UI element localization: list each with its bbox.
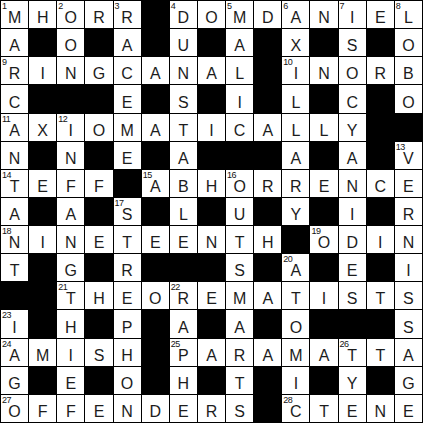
cell-letter: I (226, 94, 253, 111)
cell-letter: O (282, 319, 309, 336)
grid-cell[interactable]: 11A (1, 114, 28, 141)
grid-cell[interactable]: S (395, 310, 422, 337)
cell-letter: R (114, 262, 141, 279)
cell-letter: A (226, 319, 253, 336)
grid-cell[interactable]: N (170, 57, 197, 84)
black-cell (85, 367, 112, 394)
grid-cell[interactable]: T (170, 114, 197, 141)
cell-letter: E (29, 178, 56, 195)
cell-letter: N (1, 234, 28, 251)
grid-cell[interactable]: S (170, 85, 197, 112)
cell-letter: G (85, 65, 112, 82)
grid-cell[interactable]: X (282, 29, 309, 56)
cell-letter: M (282, 347, 309, 364)
cell-letter: I (282, 375, 309, 392)
cell-letter: O (226, 178, 253, 195)
grid-cell[interactable]: I (367, 226, 394, 253)
cell-letter: E (114, 290, 141, 307)
cell-letter: R (1, 65, 28, 82)
grid-cell[interactable]: 27O (1, 395, 28, 422)
cell-letter: F (57, 178, 84, 195)
grid-cell[interactable]: O (198, 1, 225, 28)
grid-cell[interactable]: C (1, 85, 28, 112)
grid-cell[interactable]: P (114, 310, 141, 337)
grid-cell[interactable]: N (57, 142, 84, 169)
grid-cell[interactable]: I (29, 57, 56, 84)
grid-cell[interactable]: Y (282, 198, 309, 225)
grid-cell[interactable]: A (226, 29, 253, 56)
grid-cell[interactable]: M (226, 282, 253, 309)
grid-cell[interactable]: E (29, 170, 56, 197)
grid-cell[interactable]: 1M (1, 1, 28, 28)
cell-letter: P (170, 347, 197, 364)
grid-cell[interactable]: 25P (170, 339, 197, 366)
black-cell (254, 29, 281, 56)
cell-letter: N (310, 65, 337, 82)
cell-letter: L (310, 122, 337, 139)
cell-letter: I (198, 122, 225, 139)
cell-letter: A (198, 347, 225, 364)
grid-cell[interactable]: A (339, 142, 366, 169)
black-cell (226, 142, 253, 169)
grid-cell[interactable]: S (226, 395, 253, 422)
cell-letter: D (339, 234, 366, 251)
cell-letter: C (114, 65, 141, 82)
grid-cell[interactable]: 20A (282, 254, 309, 281)
grid-cell[interactable]: A (254, 339, 281, 366)
cell-letter: N (114, 403, 141, 420)
cell-letter: I (57, 122, 84, 139)
grid-cell[interactable]: A (310, 339, 337, 366)
grid-cell[interactable]: 12I (57, 114, 84, 141)
grid-cell[interactable]: E (142, 226, 169, 253)
grid-cell[interactable]: R (114, 254, 141, 281)
grid-cell[interactable]: 17S (114, 198, 141, 225)
grid-cell[interactable]: A (1, 198, 28, 225)
black-cell (142, 1, 169, 28)
grid-cell[interactable]: 22R (170, 282, 197, 309)
cell-letter: M (1, 9, 28, 26)
cell-letter: O (57, 9, 84, 26)
cell-letter: S (339, 290, 366, 307)
cell-letter: I (395, 262, 422, 279)
cell-letter: S (114, 206, 141, 223)
grid-cell[interactable]: 15A (142, 170, 169, 197)
grid-cell[interactable]: R (395, 198, 422, 225)
grid-cell[interactable]: 26T (339, 339, 366, 366)
grid-cell[interactable]: O (395, 29, 422, 56)
grid-cell[interactable]: I (226, 85, 253, 112)
grid-cell[interactable]: R (226, 339, 253, 366)
grid-cell[interactable]: H (170, 367, 197, 394)
grid-cell[interactable]: E (114, 142, 141, 169)
grid-cell[interactable]: S (85, 339, 112, 366)
grid-cell[interactable]: 19O (310, 226, 337, 253)
grid-cell[interactable]: A (1, 29, 28, 56)
grid-cell[interactable]: S (395, 282, 422, 309)
grid-cell[interactable]: A (282, 142, 309, 169)
grid-cell[interactable]: H (85, 282, 112, 309)
grid-cell[interactable]: E (85, 395, 112, 422)
cell-letter: H (114, 347, 141, 364)
cell-letter: T (367, 347, 394, 364)
grid-cell[interactable]: E (170, 226, 197, 253)
grid-cell[interactable]: C (339, 85, 366, 112)
cell-letter: A (114, 37, 141, 54)
cell-letter: G (395, 375, 422, 392)
black-cell (367, 142, 394, 169)
grid-cell[interactable]: N (339, 170, 366, 197)
grid-cell[interactable]: E (114, 85, 141, 112)
cell-letter: P (114, 319, 141, 336)
cell-letter: T (57, 290, 84, 307)
grid-cell[interactable]: D (142, 395, 169, 422)
cell-letter: Y (339, 375, 366, 392)
grid-cell[interactable]: N (57, 57, 84, 84)
grid-cell[interactable]: I (57, 339, 84, 366)
grid-cell[interactable]: O (282, 310, 309, 337)
grid-cell[interactable]: T (282, 282, 309, 309)
grid-cell[interactable]: H (29, 1, 56, 28)
black-cell (29, 310, 56, 337)
cell-letter: N (1, 150, 28, 167)
cell-letter: N (57, 65, 84, 82)
grid-cell[interactable]: O (85, 114, 112, 141)
grid-cell[interactable]: E (339, 395, 366, 422)
black-cell (254, 57, 281, 84)
black-cell (310, 367, 337, 394)
grid-cell[interactable]: L (310, 114, 337, 141)
cell-letter: N (395, 234, 422, 251)
grid-cell[interactable]: T (367, 339, 394, 366)
black-cell (85, 198, 112, 225)
grid-cell[interactable]: F (57, 170, 84, 197)
cell-letter: D (254, 9, 281, 26)
cell-letter: L (282, 122, 309, 139)
grid-cell[interactable]: 28C (282, 395, 309, 422)
cell-letter: E (339, 403, 366, 420)
grid-cell[interactable]: D (339, 226, 366, 253)
black-cell (254, 254, 281, 281)
cell-letter: Y (339, 122, 366, 139)
grid-cell[interactable]: N (367, 395, 394, 422)
grid-cell[interactable]: E (367, 1, 394, 28)
grid-cell[interactable]: A (395, 339, 422, 366)
grid-cell[interactable]: N (1, 142, 28, 169)
grid-cell[interactable]: U (170, 29, 197, 56)
black-cell (310, 142, 337, 169)
cell-letter: A (1, 347, 28, 364)
cell-letter: E (170, 234, 197, 251)
black-cell (114, 170, 141, 197)
grid-cell[interactable]: A (170, 310, 197, 337)
grid-cell[interactable]: A (170, 142, 197, 169)
cell-letter: I (367, 234, 394, 251)
cell-letter: B (395, 65, 422, 82)
grid-cell[interactable]: N (395, 226, 422, 253)
grid-cell[interactable]: A (198, 57, 225, 84)
grid-cell[interactable]: G (85, 57, 112, 84)
cell-letter: O (85, 122, 112, 139)
grid-cell[interactable]: 10I (282, 57, 309, 84)
cell-letter: V (395, 150, 422, 167)
black-cell (29, 198, 56, 225)
grid-cell[interactable]: R (254, 170, 281, 197)
grid-cell[interactable]: E (85, 226, 112, 253)
grid-cell[interactable]: Y (339, 367, 366, 394)
grid-cell[interactable]: E (57, 367, 84, 394)
cell-letter: F (85, 178, 112, 195)
grid-cell[interactable]: 13V (395, 142, 422, 169)
black-cell (57, 85, 84, 112)
black-cell (367, 254, 394, 281)
cell-letter: L (282, 94, 309, 111)
cell-letter: S (226, 403, 253, 420)
grid-cell[interactable]: R (198, 395, 225, 422)
grid-cell[interactable]: T (310, 395, 337, 422)
cell-letter: R (282, 178, 309, 195)
cell-letter: O (395, 94, 422, 111)
grid-cell[interactable]: T (1, 254, 28, 281)
cell-letter: O (1, 403, 28, 420)
grid-cell[interactable]: I (395, 254, 422, 281)
cell-letter: R (85, 9, 112, 26)
grid-cell[interactable]: 9R (1, 57, 28, 84)
cell-letter: S (85, 347, 112, 364)
grid-cell[interactable]: M (114, 114, 141, 141)
grid-cell[interactable]: L (170, 198, 197, 225)
cell-letter: O (310, 234, 337, 251)
grid-cell[interactable]: E (198, 282, 225, 309)
cell-letter: S (226, 262, 253, 279)
grid-cell[interactable]: 4D (170, 1, 197, 28)
black-cell (85, 310, 112, 337)
black-cell (254, 367, 281, 394)
grid-cell[interactable]: T (114, 226, 141, 253)
cell-letter: S (395, 319, 422, 336)
cell-letter: T (339, 347, 366, 364)
grid-cell[interactable]: 7I (339, 1, 366, 28)
grid-cell[interactable]: E (170, 395, 197, 422)
grid-cell[interactable]: 2O (57, 1, 84, 28)
grid-cell[interactable]: R (85, 1, 112, 28)
grid-cell[interactable]: 14T (1, 170, 28, 197)
black-cell (367, 310, 394, 337)
grid-cell[interactable]: 23I (1, 310, 28, 337)
grid-cell[interactable]: I (198, 114, 225, 141)
black-cell (254, 310, 281, 337)
grid-cell[interactable]: H (114, 339, 141, 366)
grid-cell[interactable]: 8L (395, 1, 422, 28)
black-cell (367, 85, 394, 112)
grid-cell[interactable]: O (339, 57, 366, 84)
grid-cell[interactable]: A (226, 310, 253, 337)
cell-letter: T (367, 290, 394, 307)
black-cell (85, 142, 112, 169)
grid-cell[interactable]: H (57, 310, 84, 337)
grid-cell[interactable]: N (198, 226, 225, 253)
grid-cell[interactable]: E (114, 282, 141, 309)
cell-letter: X (282, 37, 309, 54)
black-cell (198, 85, 225, 112)
grid-cell[interactable]: A (142, 114, 169, 141)
cell-letter: E (114, 94, 141, 111)
cell-letter: A (57, 206, 84, 223)
grid-cell[interactable]: L (282, 114, 309, 141)
black-cell (85, 29, 112, 56)
grid-cell[interactable]: H (198, 170, 225, 197)
grid-cell[interactable]: F (85, 170, 112, 197)
cell-letter: F (29, 403, 56, 420)
black-cell (198, 367, 225, 394)
grid-cell[interactable]: A (114, 29, 141, 56)
crossword-grid: 1MH2OR3R4DO5MD6AN7IE8LAOAUAXSO9RINGCANAL… (0, 0, 423, 423)
grid-cell[interactable]: C (114, 57, 141, 84)
cell-letter: R (254, 178, 281, 195)
grid-cell[interactable]: 5M (226, 1, 253, 28)
grid-cell[interactable]: E (395, 170, 422, 197)
grid-cell[interactable]: E (339, 254, 366, 281)
grid-cell[interactable]: X (29, 114, 56, 141)
cell-letter: T (1, 178, 28, 195)
grid-cell[interactable]: R (282, 170, 309, 197)
grid-cell[interactable]: S (339, 29, 366, 56)
cell-letter: H (254, 234, 281, 251)
grid-cell[interactable]: O (395, 85, 422, 112)
grid-cell[interactable]: A (254, 282, 281, 309)
grid-cell[interactable]: O (57, 29, 84, 56)
grid-cell[interactable]: T (367, 282, 394, 309)
cell-letter: S (339, 37, 366, 54)
cell-letter: B (170, 178, 197, 195)
black-cell (254, 85, 281, 112)
grid-cell[interactable]: A (142, 57, 169, 84)
grid-cell[interactable]: F (29, 395, 56, 422)
grid-cell[interactable]: L (282, 85, 309, 112)
cell-letter: N (339, 178, 366, 195)
cell-letter: A (254, 290, 281, 307)
grid-cell[interactable]: S (226, 254, 253, 281)
cell-letter: T (226, 234, 253, 251)
grid-cell[interactable]: T (226, 226, 253, 253)
grid-cell[interactable]: Y (339, 114, 366, 141)
cell-letter: M (29, 347, 56, 364)
black-cell (142, 29, 169, 56)
cell-letter: S (170, 94, 197, 111)
cell-letter: A (1, 37, 28, 54)
grid-cell[interactable]: S (339, 282, 366, 309)
cell-letter: A (1, 206, 28, 223)
grid-cell[interactable]: U (226, 198, 253, 225)
grid-cell[interactable]: T (226, 367, 253, 394)
black-cell (198, 198, 225, 225)
grid-cell[interactable]: B (170, 170, 197, 197)
cell-letter: I (339, 9, 366, 26)
grid-cell[interactable]: A (198, 339, 225, 366)
cell-letter: T (114, 234, 141, 251)
grid-cell[interactable]: N (310, 1, 337, 28)
black-cell (367, 367, 394, 394)
black-cell (367, 29, 394, 56)
cell-letter: O (142, 290, 169, 307)
black-cell (339, 310, 366, 337)
grid-cell[interactable]: I (339, 198, 366, 225)
grid-cell[interactable]: O (142, 282, 169, 309)
grid-cell[interactable]: E (310, 170, 337, 197)
grid-cell[interactable]: I (310, 282, 337, 309)
grid-cell[interactable]: G (57, 254, 84, 281)
cell-letter: A (339, 150, 366, 167)
grid-cell[interactable]: M (29, 339, 56, 366)
cell-letter: T (282, 290, 309, 307)
cell-letter: E (85, 403, 112, 420)
black-cell (142, 310, 169, 337)
grid-cell[interactable]: G (1, 367, 28, 394)
cell-letter: N (367, 403, 394, 420)
black-cell (254, 198, 281, 225)
grid-cell[interactable]: F (57, 395, 84, 422)
grid-cell[interactable]: G (395, 367, 422, 394)
cell-letter: A (170, 150, 197, 167)
cell-letter: A (310, 347, 337, 364)
grid-cell[interactable]: I (282, 367, 309, 394)
black-cell (310, 254, 337, 281)
grid-cell[interactable]: N (310, 57, 337, 84)
grid-cell[interactable]: 16O (226, 170, 253, 197)
cell-letter: H (198, 178, 225, 195)
cell-letter: L (170, 206, 197, 223)
grid-cell[interactable]: C (367, 170, 394, 197)
grid-cell[interactable]: N (57, 226, 84, 253)
cell-letter: N (198, 234, 225, 251)
grid-cell[interactable]: 18N (1, 226, 28, 253)
cell-letter: A (142, 178, 169, 195)
grid-cell[interactable]: 6A (282, 1, 309, 28)
grid-cell[interactable]: N (114, 395, 141, 422)
grid-cell[interactable]: R (367, 57, 394, 84)
cell-letter: L (395, 9, 422, 26)
cell-letter: O (114, 375, 141, 392)
black-cell (29, 142, 56, 169)
cell-letter: R (367, 65, 394, 82)
grid-cell[interactable]: I (29, 226, 56, 253)
grid-cell[interactable]: H (254, 226, 281, 253)
cell-letter: A (282, 262, 309, 279)
cell-letter: S (395, 290, 422, 307)
cell-letter: L (226, 65, 253, 82)
grid-cell[interactable]: L (226, 57, 253, 84)
grid-cell[interactable]: A (254, 114, 281, 141)
grid-cell[interactable]: C (226, 114, 253, 141)
grid-cell[interactable]: A (57, 198, 84, 225)
cell-letter: I (310, 290, 337, 307)
cell-letter: T (226, 375, 253, 392)
grid-cell[interactable]: M (282, 339, 309, 366)
cell-letter: A (282, 150, 309, 167)
black-cell (254, 142, 281, 169)
grid-cell[interactable]: B (395, 57, 422, 84)
grid-cell[interactable]: E (395, 395, 422, 422)
black-cell (142, 254, 169, 281)
grid-cell[interactable]: D (254, 1, 281, 28)
grid-cell[interactable]: O (114, 367, 141, 394)
cell-letter: I (29, 65, 56, 82)
grid-cell[interactable]: 24A (1, 339, 28, 366)
grid-cell[interactable]: 21T (57, 282, 84, 309)
cell-letter: N (57, 150, 84, 167)
grid-cell[interactable]: 3R (114, 1, 141, 28)
black-cell (170, 254, 197, 281)
